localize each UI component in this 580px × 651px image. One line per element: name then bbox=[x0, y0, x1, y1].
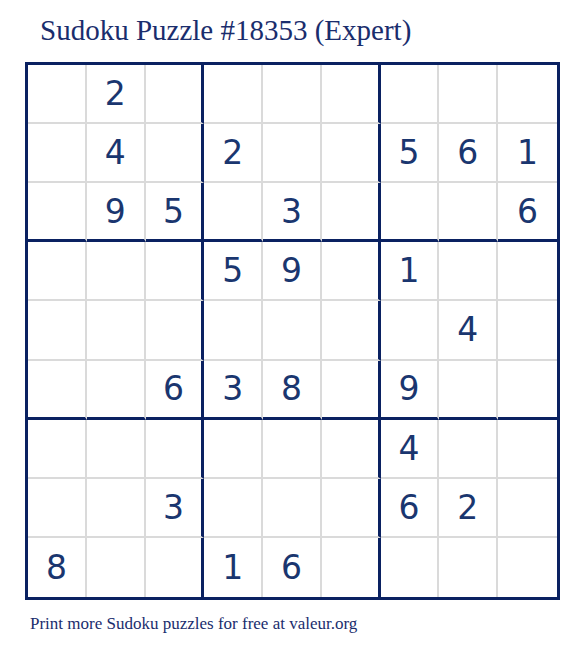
cell-r8c3[interactable]: 3 bbox=[146, 479, 205, 538]
cell-r8c6[interactable] bbox=[322, 479, 381, 538]
cell-r2c1[interactable] bbox=[28, 124, 87, 183]
cell-r1c7[interactable] bbox=[381, 65, 440, 124]
page-title: Sudoku Puzzle #18353 (Expert) bbox=[40, 14, 411, 47]
cell-r8c9[interactable] bbox=[498, 479, 557, 538]
cell-r8c8[interactable]: 2 bbox=[439, 479, 498, 538]
cell-r8c2[interactable] bbox=[87, 479, 146, 538]
cell-r2c7[interactable]: 5 bbox=[381, 124, 440, 183]
cell-r1c6[interactable] bbox=[322, 65, 381, 124]
cell-r4c8[interactable] bbox=[439, 242, 498, 301]
cell-r3c6[interactable] bbox=[322, 183, 381, 242]
cell-r6c3[interactable]: 6 bbox=[146, 361, 205, 420]
cell-r5c1[interactable] bbox=[28, 301, 87, 360]
cell-r9c4[interactable]: 1 bbox=[204, 538, 263, 597]
cell-r9c8[interactable] bbox=[439, 538, 498, 597]
cell-r7c1[interactable] bbox=[28, 420, 87, 479]
cell-r9c2[interactable] bbox=[87, 538, 146, 597]
cell-r9c7[interactable] bbox=[381, 538, 440, 597]
cell-r9c5[interactable]: 6 bbox=[263, 538, 322, 597]
cell-r7c8[interactable] bbox=[439, 420, 498, 479]
cell-r8c5[interactable] bbox=[263, 479, 322, 538]
cell-r7c9[interactable] bbox=[498, 420, 557, 479]
cell-r8c7[interactable]: 6 bbox=[381, 479, 440, 538]
cell-r4c7[interactable]: 1 bbox=[381, 242, 440, 301]
cell-r1c4[interactable] bbox=[204, 65, 263, 124]
cell-r5c9[interactable] bbox=[498, 301, 557, 360]
cell-r4c3[interactable] bbox=[146, 242, 205, 301]
cell-r9c6[interactable] bbox=[322, 538, 381, 597]
cell-r1c2[interactable]: 2 bbox=[87, 65, 146, 124]
cell-r2c5[interactable] bbox=[263, 124, 322, 183]
cell-r1c9[interactable] bbox=[498, 65, 557, 124]
cell-r4c5[interactable]: 9 bbox=[263, 242, 322, 301]
cell-r6c4[interactable]: 3 bbox=[204, 361, 263, 420]
cell-r6c8[interactable] bbox=[439, 361, 498, 420]
cell-r7c7[interactable]: 4 bbox=[381, 420, 440, 479]
cell-r5c2[interactable] bbox=[87, 301, 146, 360]
cell-r2c4[interactable]: 2 bbox=[204, 124, 263, 183]
cell-r5c3[interactable] bbox=[146, 301, 205, 360]
cell-r2c8[interactable]: 6 bbox=[439, 124, 498, 183]
cell-r5c8[interactable]: 4 bbox=[439, 301, 498, 360]
cell-r9c1[interactable]: 8 bbox=[28, 538, 87, 597]
cell-r7c4[interactable] bbox=[204, 420, 263, 479]
cell-r4c2[interactable] bbox=[87, 242, 146, 301]
cell-r4c4[interactable]: 5 bbox=[204, 242, 263, 301]
cell-r1c5[interactable] bbox=[263, 65, 322, 124]
cell-r2c2[interactable]: 4 bbox=[87, 124, 146, 183]
cell-r7c6[interactable] bbox=[322, 420, 381, 479]
cell-r3c9[interactable]: 6 bbox=[498, 183, 557, 242]
cell-r7c2[interactable] bbox=[87, 420, 146, 479]
cell-r4c1[interactable] bbox=[28, 242, 87, 301]
cell-r2c9[interactable]: 1 bbox=[498, 124, 557, 183]
cell-r6c9[interactable] bbox=[498, 361, 557, 420]
cell-r3c8[interactable] bbox=[439, 183, 498, 242]
cell-r4c9[interactable] bbox=[498, 242, 557, 301]
cell-r3c1[interactable] bbox=[28, 183, 87, 242]
cell-r1c3[interactable] bbox=[146, 65, 205, 124]
cell-r6c6[interactable] bbox=[322, 361, 381, 420]
cell-r4c6[interactable] bbox=[322, 242, 381, 301]
cell-r6c1[interactable] bbox=[28, 361, 87, 420]
cell-r1c8[interactable] bbox=[439, 65, 498, 124]
cell-r3c5[interactable]: 3 bbox=[263, 183, 322, 242]
cell-r6c5[interactable]: 8 bbox=[263, 361, 322, 420]
cell-r5c7[interactable] bbox=[381, 301, 440, 360]
footer-text: Print more Sudoku puzzles for free at va… bbox=[30, 614, 357, 634]
cell-r7c3[interactable] bbox=[146, 420, 205, 479]
cell-r6c7[interactable]: 9 bbox=[381, 361, 440, 420]
cell-r9c3[interactable] bbox=[146, 538, 205, 597]
cell-r3c4[interactable] bbox=[204, 183, 263, 242]
sudoku-grid: 2425619536591463894362816 bbox=[25, 62, 560, 600]
cell-r6c2[interactable] bbox=[87, 361, 146, 420]
cell-r3c2[interactable]: 9 bbox=[87, 183, 146, 242]
sudoku-page: Sudoku Puzzle #18353 (Expert) 2425619536… bbox=[0, 0, 580, 651]
cell-r7c5[interactable] bbox=[263, 420, 322, 479]
cell-r8c1[interactable] bbox=[28, 479, 87, 538]
cell-r5c6[interactable] bbox=[322, 301, 381, 360]
cell-r8c4[interactable] bbox=[204, 479, 263, 538]
cell-r2c3[interactable] bbox=[146, 124, 205, 183]
cell-r5c5[interactable] bbox=[263, 301, 322, 360]
cell-r3c7[interactable] bbox=[381, 183, 440, 242]
cell-r2c6[interactable] bbox=[322, 124, 381, 183]
cell-r3c3[interactable]: 5 bbox=[146, 183, 205, 242]
cell-r5c4[interactable] bbox=[204, 301, 263, 360]
cell-r1c1[interactable] bbox=[28, 65, 87, 124]
cell-r9c9[interactable] bbox=[498, 538, 557, 597]
